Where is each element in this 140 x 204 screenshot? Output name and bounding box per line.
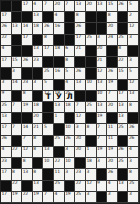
black-cell [118, 136, 129, 147]
white-cell[interactable]: 10 [65, 124, 76, 135]
white-cell[interactable]: 14 [12, 80, 23, 91]
white-cell[interactable]: 23 [75, 169, 86, 180]
white-cell[interactable]: 16 [54, 23, 65, 34]
white-cell[interactable]: 17 [118, 91, 129, 102]
white-cell[interactable]: 10 [65, 158, 76, 169]
white-cell[interactable]: 3 [75, 124, 86, 135]
white-cell[interactable]: 12 [128, 80, 139, 91]
code-number: 22 [76, 180, 81, 186]
code-number: 5 [129, 1, 132, 7]
white-cell[interactable]: 26 [22, 57, 33, 68]
white-cell[interactable]: 13 [43, 147, 54, 158]
black-cell [12, 46, 23, 57]
code-number: 6 [65, 45, 68, 51]
white-cell[interactable]: 25 [118, 35, 129, 46]
white-cell[interactable]: 18 [54, 46, 65, 57]
code-number: 8 [23, 90, 26, 96]
white-cell[interactable]: 1 [54, 113, 65, 124]
white-cell[interactable]: 20 [54, 1, 65, 12]
code-number: 13 [55, 102, 60, 108]
white-cell[interactable]: 20 [107, 102, 118, 113]
white-cell[interactable]: 13 [97, 102, 108, 113]
white-cell[interactable]: 3 [97, 158, 108, 169]
white-cell[interactable]: 5 [43, 124, 54, 135]
code-number: 3 [108, 191, 111, 197]
white-cell[interactable]: 25 [118, 158, 129, 169]
code-number: 19 [23, 102, 28, 108]
black-cell [12, 113, 23, 124]
white-cell[interactable]: 13 [97, 1, 108, 12]
white-cell[interactable]: 8 [22, 158, 33, 169]
white-cell[interactable]: 3 [65, 169, 76, 180]
white-cell[interactable]: 5 [65, 68, 76, 79]
code-number: 3 [97, 158, 100, 164]
white-cell[interactable]: 19 [107, 80, 118, 91]
white-cell[interactable]: 16 [54, 68, 65, 79]
code-number: 17 [2, 57, 7, 63]
white-cell[interactable]: 8 [118, 46, 129, 57]
white-cell[interactable]: 3 [12, 68, 23, 79]
code-number: 17 [2, 191, 7, 197]
code-number: 25 [86, 34, 91, 40]
code-number: 25 [55, 135, 60, 141]
black-cell [54, 35, 65, 46]
white-cell[interactable]: 18 [86, 158, 97, 169]
code-number: 22 [23, 191, 28, 197]
white-cell[interactable]: 25 [75, 192, 86, 203]
code-number: 26 [2, 135, 7, 141]
white-cell[interactable]: 20 [75, 136, 86, 147]
white-cell[interactable]: 26 [75, 68, 86, 79]
white-cell[interactable]: 13 [97, 80, 108, 91]
code-number: 25 [118, 158, 123, 164]
white-cell[interactable]: 14 [22, 124, 33, 135]
code-number: 23 [23, 79, 28, 85]
black-cell [12, 1, 23, 12]
white-cell[interactable]: 20 [33, 113, 44, 124]
code-number: 20 [108, 23, 113, 29]
white-cell[interactable]: 17 [1, 57, 12, 68]
white-cell[interactable]: 13 [128, 91, 139, 102]
black-cell [86, 46, 97, 57]
white-cell[interactable]: 15 [118, 68, 129, 79]
code-number: 8 [129, 102, 132, 108]
code-number: 13 [33, 45, 38, 51]
given-letter: У [54, 93, 64, 101]
white-cell[interactable]: 18 [33, 23, 44, 34]
white-cell[interactable]: 26 [107, 169, 118, 180]
white-cell[interactable]: 12 [75, 113, 86, 124]
white-cell[interactable]: 3 [107, 192, 118, 203]
code-number: 7 [23, 135, 26, 141]
white-cell[interactable]: 7 [107, 91, 118, 102]
white-cell[interactable]: 12Т [43, 91, 54, 102]
code-number: 13 [129, 90, 134, 96]
white-cell[interactable]: 15 [107, 1, 118, 12]
white-cell[interactable]: 12 [128, 23, 139, 34]
white-cell[interactable]: 13 [33, 12, 44, 23]
white-cell[interactable]: 21 [75, 46, 86, 57]
white-cell[interactable]: 1 [86, 147, 97, 158]
white-cell[interactable]: 21 [97, 57, 108, 68]
white-cell[interactable]: 23 [1, 158, 12, 169]
code-number: 13 [12, 23, 17, 29]
code-number: 13 [33, 12, 38, 18]
black-cell [22, 68, 33, 79]
white-cell[interactable]: 10 [86, 80, 97, 91]
white-cell[interactable]: 6 [65, 46, 76, 57]
black-cell [128, 113, 139, 124]
white-cell[interactable]: 8 [128, 102, 139, 113]
white-cell[interactable]: 17 [1, 192, 12, 203]
white-cell[interactable]: 13 [75, 80, 86, 91]
white-cell[interactable]: 22 [22, 192, 33, 203]
code-number: 11 [108, 124, 113, 130]
white-cell[interactable]: 20 [107, 23, 118, 34]
code-number: 17 [23, 1, 28, 7]
white-cell[interactable]: 10 [97, 91, 108, 102]
white-cell[interactable]: 26 [43, 23, 54, 34]
code-number: 3 [2, 79, 5, 85]
white-cell[interactable]: 22 [54, 158, 65, 169]
black-cell [43, 12, 54, 23]
code-number: 8 [33, 146, 36, 152]
white-cell[interactable]: 18У [54, 91, 65, 102]
white-cell[interactable]: 25 [54, 136, 65, 147]
white-cell[interactable]: 18 [65, 102, 76, 113]
code-number: 26 [76, 23, 81, 29]
white-cell[interactable]: 25Л [65, 91, 76, 102]
white-cell[interactable]: 25 [43, 68, 54, 79]
white-cell[interactable]: 26 [1, 23, 12, 34]
white-cell[interactable]: 19 [97, 147, 108, 158]
code-number: 8 [108, 12, 111, 18]
code-number: 22 [118, 57, 123, 63]
white-cell[interactable]: 19 [12, 192, 23, 203]
white-cell[interactable]: 22 [75, 181, 86, 192]
white-cell[interactable]: 5 [43, 80, 54, 91]
white-cell[interactable]: 26 [128, 136, 139, 147]
black-cell [12, 91, 23, 102]
white-cell[interactable]: 7 [75, 102, 86, 113]
white-cell[interactable]: 17 [1, 124, 12, 135]
code-number: 23 [76, 169, 81, 175]
white-cell[interactable]: 8 [43, 35, 54, 46]
white-cell[interactable]: 17 [43, 46, 54, 57]
white-cell[interactable]: 3 [65, 147, 76, 158]
white-cell[interactable]: 13 [1, 113, 12, 124]
code-number: 10 [65, 124, 70, 130]
white-cell[interactable]: 8 [128, 169, 139, 180]
code-number: 12 [97, 68, 102, 74]
code-number: 23 [33, 57, 38, 63]
white-cell[interactable]: 13 [118, 113, 129, 124]
white-cell[interactable]: 13 [22, 169, 33, 180]
code-number: 5 [44, 79, 47, 85]
black-cell [86, 12, 97, 23]
white-cell[interactable]: 4 [33, 1, 44, 12]
code-number: 17 [2, 169, 7, 175]
white-cell[interactable]: 26 [118, 147, 129, 158]
white-cell[interactable]: 11 [107, 124, 118, 135]
white-cell[interactable]: 3 [128, 158, 139, 169]
code-number: 16 [55, 23, 60, 29]
code-number: 21 [76, 45, 81, 51]
code-number: 13 [97, 79, 102, 85]
white-cell[interactable]: 22 [12, 181, 23, 192]
black-cell [43, 102, 54, 113]
white-cell[interactable]: 8 [22, 91, 33, 102]
white-cell[interactable]: 7 [97, 136, 108, 147]
white-cell[interactable]: 4 [54, 12, 65, 23]
code-number: 3 [129, 34, 132, 40]
code-number: 13 [76, 1, 81, 7]
white-cell[interactable]: 25 [128, 181, 139, 192]
code-number: 20 [55, 1, 60, 7]
white-cell[interactable]: 3 [33, 80, 44, 91]
code-number: 3 [97, 34, 100, 40]
code-number: 14 [12, 79, 17, 85]
code-number: 26 [118, 1, 123, 7]
white-cell[interactable]: 20 [107, 158, 118, 169]
black-cell [65, 23, 76, 34]
black-cell [97, 12, 108, 23]
code-number: 5 [44, 124, 47, 130]
white-cell[interactable]: 11 [107, 136, 118, 147]
white-cell[interactable]: 14 [22, 23, 33, 34]
white-cell[interactable]: 8 [33, 136, 44, 147]
white-cell[interactable]: 26 [107, 68, 118, 79]
white-cell[interactable]: 25 [118, 124, 129, 135]
white-cell[interactable]: 7 [43, 1, 54, 12]
code-number: 19 [33, 191, 38, 197]
code-number: 19 [12, 191, 17, 197]
white-cell[interactable]: 7 [22, 136, 33, 147]
white-cell[interactable]: 19 [65, 192, 76, 203]
code-number: 20 [76, 146, 81, 152]
code-number: 13 [2, 113, 7, 119]
white-cell[interactable]: 7 [65, 1, 76, 12]
code-number: 9 [97, 180, 100, 186]
black-cell [33, 158, 44, 169]
code-number: 5 [129, 68, 132, 74]
black-cell [86, 57, 97, 68]
code-number: 22 [12, 180, 17, 186]
white-cell[interactable]: 20 [75, 147, 86, 158]
code-number: 4 [108, 180, 111, 186]
white-cell[interactable]: 4 [1, 147, 12, 158]
white-cell[interactable]: 18 [33, 102, 44, 113]
white-cell[interactable]: 25 [54, 181, 65, 192]
code-number: 4 [55, 12, 58, 18]
code-number: 25 [118, 124, 123, 130]
white-cell[interactable]: 11 [54, 169, 65, 180]
white-cell[interactable]: 22 [118, 57, 129, 68]
white-cell[interactable]: 21 [33, 124, 44, 135]
code-number: 26 [129, 135, 134, 141]
black-cell [12, 158, 23, 169]
white-cell[interactable]: 3 [86, 192, 97, 203]
black-cell [86, 23, 97, 34]
white-cell[interactable]: 8 [75, 12, 86, 23]
white-cell[interactable]: 7 [43, 192, 54, 203]
code-number: 26 [108, 68, 113, 74]
code-number: 25 [55, 180, 60, 186]
black-cell [43, 113, 54, 124]
white-cell[interactable]: 25 [86, 102, 97, 113]
code-number: 12 [129, 23, 134, 29]
white-cell[interactable]: 2 [128, 12, 139, 23]
code-number: 25 [2, 102, 7, 108]
black-cell [118, 12, 129, 23]
white-cell[interactable]: 7 [12, 124, 23, 135]
black-cell [107, 57, 118, 68]
code-number: 26 [44, 23, 49, 29]
white-cell[interactable]: 8 [65, 57, 76, 68]
black-cell [22, 113, 33, 124]
white-cell[interactable]: 5 [128, 1, 139, 12]
white-cell[interactable]: 15 [12, 57, 23, 68]
code-number: 19 [97, 113, 102, 119]
black-cell [97, 23, 108, 34]
white-cell[interactable]: 23 [22, 80, 33, 91]
code-number: 4 [2, 45, 5, 51]
white-cell[interactable]: 8 [33, 147, 44, 158]
white-cell[interactable]: 4 [54, 192, 65, 203]
white-cell[interactable]: 4 [1, 46, 12, 57]
code-number: 3 [129, 191, 132, 197]
code-number: 10 [44, 158, 49, 164]
code-number: 3 [129, 158, 132, 164]
code-number: 22 [12, 146, 17, 152]
code-number: 17 [76, 34, 81, 40]
code-number: 21 [33, 124, 38, 130]
code-number: 12 [76, 113, 81, 119]
code-number: 7 [44, 1, 47, 7]
code-number: 8 [86, 124, 89, 130]
code-number: 22 [55, 158, 60, 164]
white-cell[interactable]: 25 [86, 35, 97, 46]
black-cell [33, 68, 44, 79]
code-number: 10 [97, 90, 102, 96]
white-cell[interactable]: 19 [33, 192, 44, 203]
white-cell[interactable]: 13 [33, 181, 44, 192]
white-cell[interactable]: 12 [97, 68, 108, 79]
code-number: 8 [12, 169, 15, 175]
white-cell[interactable]: 17 [1, 12, 12, 23]
white-cell[interactable]: 13 [12, 23, 23, 34]
white-cell[interactable]: 4 [107, 181, 118, 192]
code-number: 25 [86, 102, 91, 108]
white-cell[interactable]: 19 [22, 102, 33, 113]
code-number: 3 [33, 79, 36, 85]
white-cell[interactable]: 26 [1, 136, 12, 147]
code-number: 3 [129, 57, 132, 63]
code-number: 8 [23, 158, 26, 164]
white-cell[interactable]: 3 [97, 35, 108, 46]
white-cell[interactable]: 12 [86, 181, 97, 192]
white-cell[interactable]: 20 [97, 46, 108, 57]
code-number: 10 [86, 79, 91, 85]
white-cell[interactable]: 13 [33, 46, 44, 57]
white-cell[interactable]: 8 [12, 169, 23, 180]
code-number: 3 [86, 169, 89, 175]
white-cell[interactable]: 13 [118, 102, 129, 113]
given-letter: Л [65, 93, 75, 101]
white-cell[interactable]: 9 [97, 181, 108, 192]
white-cell[interactable]: 4 [128, 147, 139, 158]
code-number: 26 [129, 124, 134, 130]
code-number: 25 [76, 191, 81, 197]
black-cell [65, 12, 76, 23]
white-cell[interactable]: 8 [86, 124, 97, 135]
black-cell [118, 23, 129, 34]
white-cell[interactable]: 22 [1, 35, 12, 46]
white-cell[interactable]: 7 [97, 124, 108, 135]
white-cell[interactable]: 20 [86, 1, 97, 12]
white-cell[interactable]: 26 [118, 1, 129, 12]
white-cell[interactable]: 7 [12, 102, 23, 113]
black-cell [12, 136, 23, 147]
white-cell[interactable]: 26 [75, 23, 86, 34]
code-number: 14 [23, 23, 28, 29]
white-cell[interactable]: 3 [128, 192, 139, 203]
white-cell[interactable]: 26 [65, 136, 76, 147]
white-cell[interactable]: 26 [128, 124, 139, 135]
black-cell [1, 68, 12, 79]
white-cell[interactable]: 25 [1, 102, 12, 113]
code-number: 7 [97, 124, 100, 130]
white-cell[interactable]: 24 [107, 35, 118, 46]
white-cell[interactable]: 3 [128, 35, 139, 46]
white-cell[interactable]: 8 [107, 12, 118, 23]
white-cell[interactable]: 3 [128, 57, 139, 68]
white-cell[interactable]: 5 [128, 68, 139, 79]
white-cell[interactable]: 9 [1, 91, 12, 102]
white-cell[interactable]: 3 [1, 80, 12, 91]
white-cell[interactable]: 8 [33, 169, 44, 180]
white-cell[interactable]: 4 [65, 80, 76, 91]
code-number: 18 [86, 158, 91, 164]
white-cell[interactable]: 19 [97, 113, 108, 124]
given-letter: Т [43, 93, 53, 101]
white-cell[interactable]: 13 [75, 1, 86, 12]
white-cell[interactable]: 12 [22, 147, 33, 158]
code-number: 26 [76, 68, 81, 74]
code-number: 7 [76, 102, 79, 108]
black-cell [43, 169, 54, 180]
code-number: 11 [108, 135, 113, 141]
black-cell [22, 46, 33, 57]
code-number: 15 [12, 57, 17, 63]
white-cell[interactable]: 23 [33, 57, 44, 68]
white-cell[interactable]: 17 [22, 35, 33, 46]
white-cell[interactable]: 22 [12, 147, 23, 158]
black-cell [128, 46, 139, 57]
code-number: 18 [65, 102, 70, 108]
white-cell[interactable]: 17 [22, 1, 33, 12]
white-cell[interactable]: 13 [54, 102, 65, 113]
white-cell[interactable]: 17 [1, 169, 12, 180]
white-cell[interactable]: 17 [75, 35, 86, 46]
code-number: 12 [129, 79, 134, 85]
white-cell[interactable]: 10 [43, 158, 54, 169]
white-cell[interactable]: 19 [107, 147, 118, 158]
white-cell[interactable]: 13 [118, 181, 129, 192]
white-cell[interactable]: 3 [86, 169, 97, 180]
code-number: 19 [97, 146, 102, 152]
code-number: 17 [23, 34, 28, 40]
